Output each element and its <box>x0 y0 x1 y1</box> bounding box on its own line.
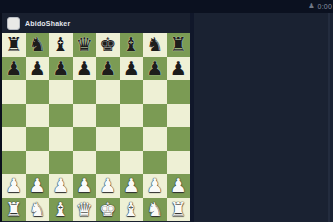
square-a1[interactable]: ♜ <box>2 198 26 222</box>
square-g3[interactable] <box>143 151 167 175</box>
square-e8[interactable]: ♚ <box>96 33 120 57</box>
square-h6[interactable] <box>167 80 191 104</box>
square-a7[interactable]: ♟ <box>2 57 26 81</box>
square-c3[interactable] <box>49 151 73 175</box>
square-g4[interactable] <box>143 127 167 151</box>
square-h2[interactable]: ♟ <box>167 174 191 198</box>
clock-text: 0:00 <box>318 3 332 10</box>
panel-scrollbar[interactable] <box>328 13 330 222</box>
piece-white-rook[interactable]: ♜ <box>5 198 22 222</box>
square-f1[interactable]: ♝ <box>120 198 144 222</box>
piece-white-pawn[interactable]: ♟ <box>5 174 22 198</box>
square-e3[interactable] <box>96 151 120 175</box>
square-a6[interactable] <box>2 80 26 104</box>
square-b5[interactable] <box>26 104 50 128</box>
square-g1[interactable]: ♞ <box>143 198 167 222</box>
square-a8[interactable]: ♜ <box>2 33 26 57</box>
piece-white-pawn[interactable]: ♟ <box>76 174 93 198</box>
square-f3[interactable] <box>120 151 144 175</box>
chess-board[interactable]: ♜♞♝♛♚♝♞♜♟♟♟♟♟♟♟♟♟♟♟♟♟♟♟♟♜♞♝♛♚♝♞♜ <box>2 33 190 221</box>
square-e7[interactable]: ♟ <box>96 57 120 81</box>
square-h3[interactable] <box>167 151 191 175</box>
piece-black-knight[interactable]: ♞ <box>29 33 46 57</box>
piece-black-bishop[interactable]: ♝ <box>123 33 140 57</box>
piece-black-pawn[interactable]: ♟ <box>146 57 163 81</box>
square-g2[interactable]: ♟ <box>143 174 167 198</box>
piece-white-pawn[interactable]: ♟ <box>170 174 187 198</box>
player-bar-top[interactable]: AbidoShaker <box>2 13 190 33</box>
square-c8[interactable]: ♝ <box>49 33 73 57</box>
piece-white-rook[interactable]: ♜ <box>170 198 187 222</box>
piece-black-pawn[interactable]: ♟ <box>52 57 69 81</box>
side-panel <box>190 13 333 222</box>
square-c7[interactable]: ♟ <box>49 57 73 81</box>
piece-black-rook[interactable]: ♜ <box>5 33 22 57</box>
square-e1[interactable]: ♚ <box>96 198 120 222</box>
piece-white-queen[interactable]: ♛ <box>76 198 93 222</box>
square-a5[interactable] <box>2 104 26 128</box>
square-c6[interactable] <box>49 80 73 104</box>
square-d3[interactable] <box>73 151 97 175</box>
piece-black-pawn[interactable]: ♟ <box>5 57 22 81</box>
piece-black-pawn[interactable]: ♟ <box>29 57 46 81</box>
piece-white-pawn[interactable]: ♟ <box>146 174 163 198</box>
square-e6[interactable] <box>96 80 120 104</box>
square-b2[interactable]: ♟ <box>26 174 50 198</box>
piece-black-pawn[interactable]: ♟ <box>123 57 140 81</box>
square-f8[interactable]: ♝ <box>120 33 144 57</box>
square-a2[interactable]: ♟ <box>2 174 26 198</box>
piece-white-bishop[interactable]: ♝ <box>123 198 140 222</box>
square-a3[interactable] <box>2 151 26 175</box>
square-h7[interactable]: ♟ <box>167 57 191 81</box>
square-b1[interactable]: ♞ <box>26 198 50 222</box>
square-h5[interactable] <box>167 104 191 128</box>
square-f5[interactable] <box>120 104 144 128</box>
piece-black-pawn[interactable]: ♟ <box>76 57 93 81</box>
square-d5[interactable] <box>73 104 97 128</box>
piece-black-knight[interactable]: ♞ <box>146 33 163 57</box>
square-e2[interactable]: ♟ <box>96 174 120 198</box>
square-f7[interactable]: ♟ <box>120 57 144 81</box>
square-d4[interactable] <box>73 127 97 151</box>
square-b3[interactable] <box>26 151 50 175</box>
piece-black-pawn[interactable]: ♟ <box>99 57 116 81</box>
square-e4[interactable] <box>96 127 120 151</box>
square-f4[interactable] <box>120 127 144 151</box>
square-b8[interactable]: ♞ <box>26 33 50 57</box>
pawn-icon: ♟ <box>308 3 314 10</box>
square-e5[interactable] <box>96 104 120 128</box>
square-d1[interactable]: ♛ <box>73 198 97 222</box>
square-h1[interactable]: ♜ <box>167 198 191 222</box>
piece-black-king[interactable]: ♚ <box>99 33 116 57</box>
piece-white-pawn[interactable]: ♟ <box>123 174 140 198</box>
board-column: AbidoShaker ♜♞♝♛♚♝♞♜♟♟♟♟♟♟♟♟♟♟♟♟♟♟♟♟♜♞♝♛… <box>0 13 190 222</box>
square-a4[interactable] <box>2 127 26 151</box>
piece-white-king[interactable]: ♚ <box>99 198 116 222</box>
piece-white-pawn[interactable]: ♟ <box>99 174 116 198</box>
piece-black-pawn[interactable]: ♟ <box>170 57 187 81</box>
main-content: AbidoShaker ♜♞♝♛♚♝♞♜♟♟♟♟♟♟♟♟♟♟♟♟♟♟♟♟♜♞♝♛… <box>0 13 333 222</box>
square-f6[interactable] <box>120 80 144 104</box>
top-header-bar: ♟ 0:00 <box>0 0 333 13</box>
piece-black-bishop[interactable]: ♝ <box>52 33 69 57</box>
square-g8[interactable]: ♞ <box>143 33 167 57</box>
piece-white-pawn[interactable]: ♟ <box>52 174 69 198</box>
square-d8[interactable]: ♛ <box>73 33 97 57</box>
square-b6[interactable] <box>26 80 50 104</box>
square-g6[interactable] <box>143 80 167 104</box>
square-d6[interactable] <box>73 80 97 104</box>
square-b4[interactable] <box>26 127 50 151</box>
square-c5[interactable] <box>49 104 73 128</box>
piece-white-bishop[interactable]: ♝ <box>52 198 69 222</box>
square-c1[interactable]: ♝ <box>49 198 73 222</box>
piece-white-pawn[interactable]: ♟ <box>29 174 46 198</box>
piece-black-rook[interactable]: ♜ <box>170 33 187 57</box>
square-h8[interactable]: ♜ <box>167 33 191 57</box>
square-g5[interactable] <box>143 104 167 128</box>
player-avatar[interactable] <box>7 17 20 30</box>
square-d7[interactable]: ♟ <box>73 57 97 81</box>
piece-black-queen[interactable]: ♛ <box>76 33 93 57</box>
square-f2[interactable]: ♟ <box>120 174 144 198</box>
piece-white-knight[interactable]: ♞ <box>29 198 46 222</box>
piece-white-knight[interactable]: ♞ <box>146 198 163 222</box>
square-c2[interactable]: ♟ <box>49 174 73 198</box>
square-d2[interactable]: ♟ <box>73 174 97 198</box>
square-g7[interactable]: ♟ <box>143 57 167 81</box>
player-name[interactable]: AbidoShaker <box>25 20 70 27</box>
square-h4[interactable] <box>167 127 191 151</box>
square-c4[interactable] <box>49 127 73 151</box>
header-clock: ♟ 0:00 <box>308 3 332 10</box>
square-b7[interactable]: ♟ <box>26 57 50 81</box>
